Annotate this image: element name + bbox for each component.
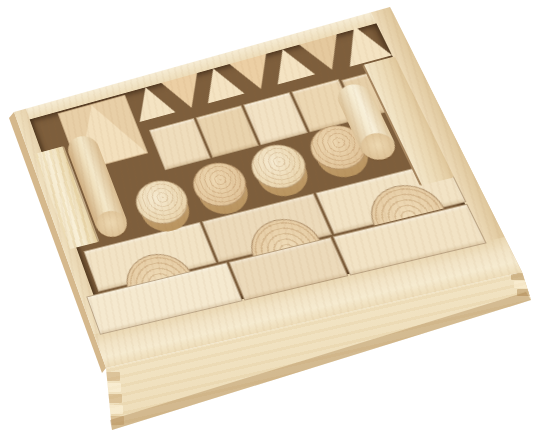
finger-joint (105, 383, 121, 392)
toy-blocks-photo (0, 0, 533, 431)
finger-joint (104, 372, 120, 381)
finger-joint (514, 281, 528, 288)
finger-joint (106, 394, 122, 403)
finger-joint (107, 405, 123, 414)
